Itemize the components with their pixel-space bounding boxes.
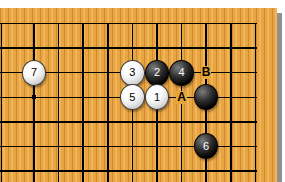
black-stone-P17[interactable]: 2 [145, 60, 170, 86]
white-stone-P16[interactable]: 1 [145, 84, 170, 110]
white-stone-O16[interactable]: 5 [120, 84, 145, 110]
point-O17: 3 [120, 60, 145, 85]
point-R14: 6 [194, 134, 219, 159]
white-stone-K17[interactable]: 7 [22, 60, 47, 86]
point-O16: 5 [120, 85, 145, 110]
label-A-Q16[interactable]: A [176, 91, 187, 104]
point-Q16: A [169, 85, 194, 110]
black-stone-Q17[interactable]: 4 [169, 60, 194, 86]
stone-grid: 7324516AB [22, 11, 268, 182]
point-P16: 1 [145, 85, 170, 110]
point-Q17: 4 [169, 60, 194, 85]
point-K17: 7 [22, 60, 47, 85]
go-diagram: 7324516AB [0, 0, 285, 182]
point-R17: B [194, 60, 219, 85]
point-R16 [194, 85, 219, 110]
black-stone-R14[interactable]: 6 [194, 133, 219, 159]
point-P17: 2 [145, 60, 170, 85]
label-B-R17[interactable]: B [201, 66, 212, 79]
black-stone-R16[interactable] [194, 84, 219, 110]
grid-vline-cropped [1, 23, 3, 182]
board-drop-shadow [277, 13, 282, 182]
white-stone-O17[interactable]: 3 [120, 60, 145, 86]
